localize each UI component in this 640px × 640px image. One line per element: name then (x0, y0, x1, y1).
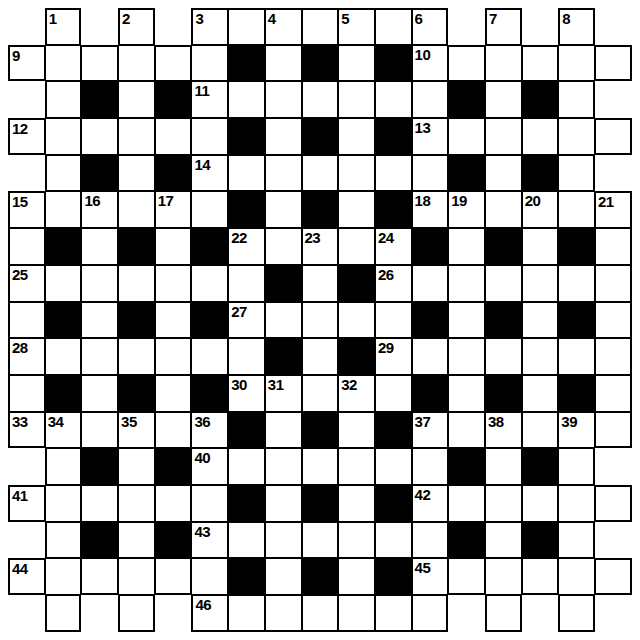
white-cell-r16c8[interactable] (265, 558, 302, 595)
white-cell-r3c11[interactable] (375, 81, 412, 118)
black-cell-r9c14 (485, 302, 522, 339)
black-cell-r4c7 (228, 118, 265, 155)
white-cell-r2c12[interactable]: 10 (412, 45, 449, 82)
white-cell-r1c12[interactable]: 6 (412, 8, 449, 45)
white-cell-r17c14[interactable] (485, 595, 522, 632)
clue-number: 15 (12, 193, 28, 211)
black-cell-r3c13 (448, 81, 485, 118)
white-cell-r4c5[interactable] (155, 118, 192, 155)
black-cell-r14c11 (375, 485, 412, 522)
white-cell-r11c9[interactable] (302, 375, 339, 412)
white-cell-r14c17[interactable] (595, 485, 632, 522)
white-cell-r5c16[interactable] (558, 155, 595, 192)
white-cell-r4c8[interactable] (265, 118, 302, 155)
white-cell-r16c15[interactable] (522, 558, 559, 595)
white-cell-r12c17[interactable] (595, 412, 632, 449)
void-cell (448, 595, 485, 632)
white-cell-r5c4[interactable] (118, 155, 155, 192)
white-cell-r3c16[interactable] (558, 81, 595, 118)
white-cell-r10c7[interactable] (228, 338, 265, 375)
white-cell-r9c1[interactable] (8, 302, 45, 339)
white-cell-r16c13[interactable] (448, 558, 485, 595)
clue-number: 31 (268, 376, 284, 394)
void-cell (8, 8, 45, 45)
black-cell-r7c6 (191, 228, 228, 265)
white-cell-r8c1[interactable]: 25 (8, 265, 45, 302)
white-cell-r1c6[interactable]: 3 (191, 8, 228, 45)
white-cell-r9c9[interactable] (302, 302, 339, 339)
white-cell-r7c9[interactable]: 23 (302, 228, 339, 265)
black-cell-r6c9 (302, 191, 339, 228)
white-cell-r4c16[interactable] (558, 118, 595, 155)
white-cell-r5c12[interactable] (412, 155, 449, 192)
white-cell-r16c16[interactable] (558, 558, 595, 595)
white-cell-r11c13[interactable] (448, 375, 485, 412)
white-cell-r15c11[interactable] (375, 522, 412, 559)
clue-number: 32 (341, 376, 357, 394)
white-cell-r16c4[interactable] (118, 558, 155, 595)
white-cell-r17c9[interactable] (302, 595, 339, 632)
white-cell-r3c10[interactable] (338, 81, 375, 118)
white-cell-r15c6[interactable]: 43 (191, 522, 228, 559)
white-cell-r7c8[interactable] (265, 228, 302, 265)
white-cell-r17c16[interactable] (558, 595, 595, 632)
white-cell-r12c13[interactable] (448, 412, 485, 449)
white-cell-r1c4[interactable]: 2 (118, 8, 155, 45)
white-cell-r3c6[interactable]: 11 (191, 81, 228, 118)
white-cell-r1c7[interactable] (228, 8, 265, 45)
white-cell-r4c14[interactable] (485, 118, 522, 155)
white-cell-r11c8[interactable]: 31 (265, 375, 302, 412)
white-cell-r4c15[interactable] (522, 118, 559, 155)
black-cell-r7c14 (485, 228, 522, 265)
black-cell-r6c7 (228, 191, 265, 228)
white-cell-r6c14[interactable] (485, 191, 522, 228)
white-cell-r13c4[interactable] (118, 448, 155, 485)
white-cell-r3c7[interactable] (228, 81, 265, 118)
white-cell-r4c4[interactable] (118, 118, 155, 155)
clue-number: 45 (415, 559, 431, 577)
white-cell-r1c8[interactable]: 4 (265, 8, 302, 45)
clue-number: 18 (415, 192, 431, 210)
white-cell-r17c12[interactable] (412, 595, 449, 632)
clue-number: 7 (489, 10, 497, 28)
white-cell-r4c2[interactable] (45, 118, 82, 155)
black-cell-r13c15 (522, 448, 559, 485)
black-cell-r6c11 (375, 191, 412, 228)
white-cell-r2c13[interactable] (448, 45, 485, 82)
white-cell-r6c6[interactable] (191, 191, 228, 228)
white-cell-r1c2[interactable]: 1 (45, 8, 82, 45)
white-cell-r8c4[interactable] (118, 265, 155, 302)
white-cell-r7c7[interactable]: 22 (228, 228, 265, 265)
white-cell-r12c8[interactable] (265, 412, 302, 449)
white-cell-r11c1[interactable] (8, 375, 45, 412)
white-cell-r11c11[interactable] (375, 375, 412, 412)
white-cell-r14c13[interactable] (448, 485, 485, 522)
white-cell-r5c11[interactable] (375, 155, 412, 192)
white-cell-r9c13[interactable] (448, 302, 485, 339)
white-cell-r3c9[interactable] (302, 81, 339, 118)
black-cell-r10c8 (265, 338, 302, 375)
black-cell-r12c7 (228, 412, 265, 449)
white-cell-r10c15[interactable] (522, 338, 559, 375)
clue-number: 42 (415, 486, 431, 504)
white-cell-r14c15[interactable] (522, 485, 559, 522)
white-cell-r8c16[interactable] (558, 265, 595, 302)
clue-number: 35 (121, 413, 137, 431)
white-cell-r2c15[interactable] (522, 45, 559, 82)
white-cell-r14c10[interactable] (338, 485, 375, 522)
white-cell-r5c8[interactable] (265, 155, 302, 192)
white-cell-r9c5[interactable] (155, 302, 192, 339)
clue-number: 38 (488, 413, 504, 431)
white-cell-r4c6[interactable] (191, 118, 228, 155)
clue-number: 25 (12, 266, 28, 284)
black-cell-r4c9 (302, 118, 339, 155)
white-cell-r16c2[interactable] (45, 558, 82, 595)
clue-number: 20 (525, 192, 541, 210)
white-cell-r2c5[interactable] (155, 45, 192, 82)
white-cell-r4c13[interactable] (448, 118, 485, 155)
white-cell-r16c6[interactable] (191, 558, 228, 595)
white-cell-r10c16[interactable] (558, 338, 595, 375)
white-cell-r6c13[interactable]: 19 (448, 191, 485, 228)
black-cell-r16c7 (228, 558, 265, 595)
black-cell-r7c16 (558, 228, 595, 265)
white-cell-r10c13[interactable] (448, 338, 485, 375)
white-cell-r8c17[interactable] (595, 265, 632, 302)
white-cell-r6c4[interactable] (118, 191, 155, 228)
void-cell (522, 595, 559, 632)
white-cell-r13c16[interactable] (558, 448, 595, 485)
black-cell-r9c2 (45, 302, 82, 339)
white-cell-r2c10[interactable] (338, 45, 375, 82)
white-cell-r3c2[interactable] (45, 81, 82, 118)
white-cell-r13c6[interactable]: 40 (191, 448, 228, 485)
clue-number: 33 (12, 413, 28, 431)
white-cell-r11c15[interactable] (522, 375, 559, 412)
black-cell-r5c3 (81, 155, 118, 192)
white-cell-r15c16[interactable] (558, 522, 595, 559)
black-cell-r13c13 (448, 448, 485, 485)
black-cell-r11c14 (485, 375, 522, 412)
white-cell-r8c12[interactable] (412, 265, 449, 302)
clue-number: 4 (268, 10, 276, 28)
white-cell-r15c9[interactable] (302, 522, 339, 559)
white-cell-r9c11[interactable] (375, 302, 412, 339)
white-cell-r9c17[interactable] (595, 302, 632, 339)
white-cell-r14c12[interactable]: 42 (412, 485, 449, 522)
white-cell-r12c12[interactable]: 37 (412, 412, 449, 449)
white-cell-r7c5[interactable] (155, 228, 192, 265)
white-cell-r11c10[interactable]: 32 (338, 375, 375, 412)
white-cell-r14c1[interactable]: 41 (8, 485, 45, 522)
white-cell-r15c2[interactable] (45, 522, 82, 559)
white-cell-r14c8[interactable] (265, 485, 302, 522)
white-cell-r12c4[interactable]: 35 (118, 412, 155, 449)
white-cell-r10c3[interactable] (81, 338, 118, 375)
clue-number: 9 (12, 47, 20, 65)
white-cell-r4c17[interactable] (595, 118, 632, 155)
white-cell-r2c17[interactable] (595, 45, 632, 82)
white-cell-r3c4[interactable] (118, 81, 155, 118)
white-cell-r2c8[interactable] (265, 45, 302, 82)
black-cell-r16c9 (302, 558, 339, 595)
black-cell-r11c16 (558, 375, 595, 412)
white-cell-r10c2[interactable] (45, 338, 82, 375)
void-cell (522, 8, 559, 45)
white-cell-r12c2[interactable]: 34 (45, 412, 82, 449)
white-cell-r13c11[interactable] (375, 448, 412, 485)
clue-number: 34 (48, 413, 64, 431)
black-cell-r5c5 (155, 155, 192, 192)
white-cell-r11c7[interactable]: 30 (228, 375, 265, 412)
white-cell-r1c9[interactable] (302, 8, 339, 45)
white-cell-r3c8[interactable] (265, 81, 302, 118)
white-cell-r13c7[interactable] (228, 448, 265, 485)
white-cell-r15c12[interactable] (412, 522, 449, 559)
white-cell-r6c5[interactable]: 17 (155, 191, 192, 228)
white-cell-r1c14[interactable]: 7 (485, 8, 522, 45)
black-cell-r3c5 (155, 81, 192, 118)
white-cell-r10c11[interactable]: 29 (375, 338, 412, 375)
black-cell-r5c15 (522, 155, 559, 192)
white-cell-r5c2[interactable] (45, 155, 82, 192)
white-cell-r8c7[interactable] (228, 265, 265, 302)
black-cell-r2c7 (228, 45, 265, 82)
clue-number: 37 (415, 413, 431, 431)
white-cell-r9c15[interactable] (522, 302, 559, 339)
white-cell-r2c2[interactable] (45, 45, 82, 82)
white-cell-r10c14[interactable] (485, 338, 522, 375)
white-cell-r15c7[interactable] (228, 522, 265, 559)
void-cell (595, 448, 632, 485)
white-cell-r17c7[interactable] (228, 595, 265, 632)
black-cell-r12c11 (375, 412, 412, 449)
white-cell-r16c10[interactable] (338, 558, 375, 595)
white-cell-r16c12[interactable]: 45 (412, 558, 449, 595)
clue-number: 6 (415, 10, 423, 28)
void-cell (8, 155, 45, 192)
white-cell-r13c8[interactable] (265, 448, 302, 485)
white-cell-r4c1[interactable]: 12 (8, 118, 45, 155)
white-cell-r16c3[interactable] (81, 558, 118, 595)
white-cell-r15c10[interactable] (338, 522, 375, 559)
clue-number: 23 (305, 229, 321, 247)
white-cell-r14c2[interactable] (45, 485, 82, 522)
white-cell-r10c17[interactable] (595, 338, 632, 375)
white-cell-r1c11[interactable] (375, 8, 412, 45)
white-cell-r3c12[interactable] (412, 81, 449, 118)
clue-number: 40 (194, 449, 210, 467)
black-cell-r9c16 (558, 302, 595, 339)
white-cell-r16c17[interactable] (595, 558, 632, 595)
white-cell-r14c16[interactable] (558, 485, 595, 522)
void-cell (8, 522, 45, 559)
white-cell-r17c6[interactable]: 46 (191, 595, 228, 632)
black-cell-r2c11 (375, 45, 412, 82)
white-cell-r2c14[interactable] (485, 45, 522, 82)
white-cell-r4c12[interactable]: 13 (412, 118, 449, 155)
white-cell-r9c8[interactable] (265, 302, 302, 339)
white-cell-r8c6[interactable] (191, 265, 228, 302)
white-cell-r10c1[interactable]: 28 (8, 338, 45, 375)
white-cell-r16c5[interactable] (155, 558, 192, 595)
white-cell-r6c16[interactable] (558, 191, 595, 228)
white-cell-r6c10[interactable] (338, 191, 375, 228)
white-cell-r11c3[interactable] (81, 375, 118, 412)
white-cell-r17c8[interactable] (265, 595, 302, 632)
white-cell-r13c9[interactable] (302, 448, 339, 485)
black-cell-r15c5 (155, 522, 192, 559)
white-cell-r8c9[interactable] (302, 265, 339, 302)
white-cell-r7c3[interactable] (81, 228, 118, 265)
black-cell-r15c13 (448, 522, 485, 559)
white-cell-r12c3[interactable] (81, 412, 118, 449)
white-cell-r16c1[interactable]: 44 (8, 558, 45, 595)
clue-number: 11 (194, 82, 209, 100)
black-cell-r12c9 (302, 412, 339, 449)
black-cell-r13c5 (155, 448, 192, 485)
white-cell-r4c10[interactable] (338, 118, 375, 155)
white-cell-r3c14[interactable] (485, 81, 522, 118)
black-cell-r9c6 (191, 302, 228, 339)
black-cell-r15c15 (522, 522, 559, 559)
white-cell-r17c10[interactable] (338, 595, 375, 632)
clue-number: 1 (49, 10, 57, 28)
void-cell (448, 8, 485, 45)
white-cell-r2c1[interactable]: 9 (8, 45, 45, 82)
white-cell-r12c5[interactable] (155, 412, 192, 449)
white-cell-r14c14[interactable] (485, 485, 522, 522)
crossword-page: 1234567891011121314151617181920212223242… (0, 0, 640, 640)
white-cell-r14c4[interactable] (118, 485, 155, 522)
black-cell-r7c12 (412, 228, 449, 265)
black-cell-r10c10 (338, 338, 375, 375)
white-cell-r7c11[interactable]: 24 (375, 228, 412, 265)
white-cell-r8c11[interactable]: 26 (375, 265, 412, 302)
white-cell-r6c3[interactable]: 16 (81, 191, 118, 228)
white-cell-r12c16[interactable]: 39 (558, 412, 595, 449)
white-cell-r5c9[interactable] (302, 155, 339, 192)
white-cell-r9c7[interactable]: 27 (228, 302, 265, 339)
white-cell-r2c6[interactable] (191, 45, 228, 82)
white-cell-r12c1[interactable]: 33 (8, 412, 45, 449)
white-cell-r10c6[interactable] (191, 338, 228, 375)
white-cell-r7c10[interactable] (338, 228, 375, 265)
void-cell (595, 595, 632, 632)
black-cell-r11c4 (118, 375, 155, 412)
white-cell-r5c10[interactable] (338, 155, 375, 192)
white-cell-r8c15[interactable] (522, 265, 559, 302)
white-cell-r17c2[interactable] (45, 595, 82, 632)
white-cell-r10c5[interactable] (155, 338, 192, 375)
clue-number: 14 (194, 156, 210, 174)
clue-number: 19 (451, 192, 467, 210)
black-cell-r11c12 (412, 375, 449, 412)
black-cell-r9c12 (412, 302, 449, 339)
white-cell-r2c16[interactable] (558, 45, 595, 82)
white-cell-r2c3[interactable] (81, 45, 118, 82)
white-cell-r5c7[interactable] (228, 155, 265, 192)
white-cell-r8c3[interactable] (81, 265, 118, 302)
white-cell-r11c17[interactable] (595, 375, 632, 412)
white-cell-r14c5[interactable] (155, 485, 192, 522)
clue-number: 28 (12, 339, 28, 357)
white-cell-r13c14[interactable] (485, 448, 522, 485)
white-cell-r7c13[interactable] (448, 228, 485, 265)
void-cell (8, 448, 45, 485)
white-cell-r5c6[interactable]: 14 (191, 155, 228, 192)
white-cell-r12c6[interactable]: 36 (191, 412, 228, 449)
crossword-board: 1234567891011121314151617181920212223242… (8, 8, 632, 632)
white-cell-r2c4[interactable] (118, 45, 155, 82)
clue-number: 22 (231, 229, 247, 247)
white-cell-r8c13[interactable] (448, 265, 485, 302)
white-cell-r9c10[interactable] (338, 302, 375, 339)
void-cell (595, 8, 632, 45)
clue-number: 26 (378, 266, 394, 284)
clue-number: 8 (562, 10, 570, 28)
void-cell (155, 8, 192, 45)
white-cell-r5c14[interactable] (485, 155, 522, 192)
white-cell-r7c1[interactable] (8, 228, 45, 265)
white-cell-r15c14[interactable] (485, 522, 522, 559)
clue-number: 10 (415, 46, 431, 64)
clue-number: 29 (378, 339, 394, 357)
white-cell-r15c4[interactable] (118, 522, 155, 559)
white-cell-r10c12[interactable] (412, 338, 449, 375)
white-cell-r7c15[interactable] (522, 228, 559, 265)
black-cell-r4c11 (375, 118, 412, 155)
white-cell-r8c5[interactable] (155, 265, 192, 302)
white-cell-r12c15[interactable] (522, 412, 559, 449)
white-cell-r14c6[interactable] (191, 485, 228, 522)
white-cell-r13c2[interactable] (45, 448, 82, 485)
white-cell-r4c3[interactable] (81, 118, 118, 155)
white-cell-r10c9[interactable] (302, 338, 339, 375)
white-cell-r13c12[interactable] (412, 448, 449, 485)
white-cell-r17c4[interactable] (118, 595, 155, 632)
white-cell-r12c10[interactable] (338, 412, 375, 449)
white-cell-r17c11[interactable] (375, 595, 412, 632)
white-cell-r1c16[interactable]: 8 (558, 8, 595, 45)
white-cell-r1c10[interactable]: 5 (338, 8, 375, 45)
white-cell-r14c3[interactable] (81, 485, 118, 522)
white-cell-r6c12[interactable]: 18 (412, 191, 449, 228)
white-cell-r8c2[interactable] (45, 265, 82, 302)
white-cell-r10c4[interactable] (118, 338, 155, 375)
white-cell-r12c14[interactable]: 38 (485, 412, 522, 449)
white-cell-r11c5[interactable] (155, 375, 192, 412)
white-cell-r6c15[interactable]: 20 (522, 191, 559, 228)
white-cell-r6c1[interactable]: 15 (8, 191, 45, 228)
black-cell-r9c4 (118, 302, 155, 339)
void-cell (595, 155, 632, 192)
white-cell-r13c10[interactable] (338, 448, 375, 485)
white-cell-r6c8[interactable] (265, 191, 302, 228)
black-cell-r16c11 (375, 558, 412, 595)
white-cell-r16c14[interactable] (485, 558, 522, 595)
white-cell-r6c2[interactable] (45, 191, 82, 228)
white-cell-r15c8[interactable] (265, 522, 302, 559)
white-cell-r8c14[interactable] (485, 265, 522, 302)
white-cell-r7c17[interactable] (595, 228, 632, 265)
white-cell-r6c17[interactable]: 21 (595, 191, 632, 228)
void-cell (155, 595, 192, 632)
white-cell-r9c3[interactable] (81, 302, 118, 339)
